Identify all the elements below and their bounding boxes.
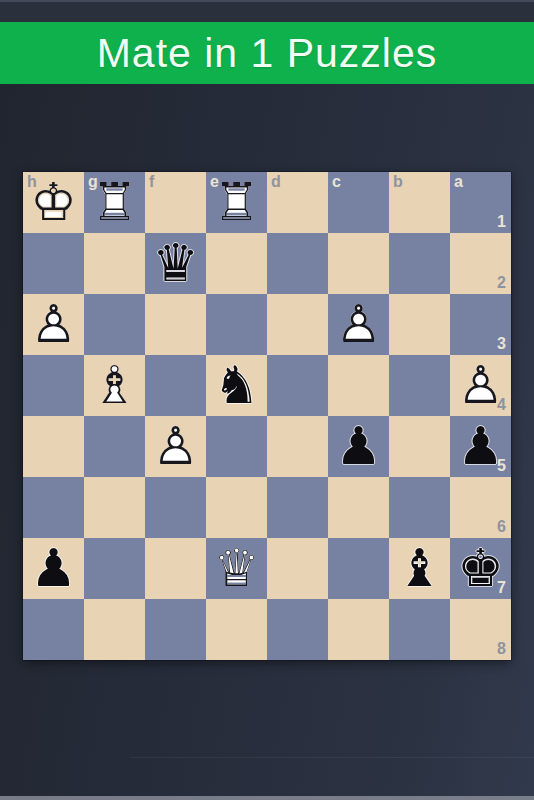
piece-black-pawn[interactable]: ♟: [450, 416, 511, 477]
page-title: Mate in 1 Puzzles: [97, 33, 438, 74]
white-pawn-glyph-outline: ♙: [450, 355, 511, 416]
square-e7[interactable]: ♛♕: [206, 538, 267, 599]
square-f2[interactable]: ♛: [145, 233, 206, 294]
square-c4[interactable]: [328, 355, 389, 416]
square-e2[interactable]: [206, 233, 267, 294]
square-f1[interactable]: f: [145, 172, 206, 233]
piece-white-bishop[interactable]: ♝♗: [84, 355, 145, 416]
piece-black-bishop[interactable]: ♝: [389, 538, 450, 599]
white-rook-glyph-outline: ♖: [84, 172, 145, 233]
piece-black-pawn[interactable]: ♟: [328, 416, 389, 477]
rank-label-1: 1: [497, 214, 506, 230]
file-label-a: a: [454, 174, 463, 190]
square-c7[interactable]: [328, 538, 389, 599]
piece-white-queen[interactable]: ♛♕: [206, 538, 267, 599]
square-a8[interactable]: 8: [450, 599, 511, 660]
square-d2[interactable]: [267, 233, 328, 294]
square-h4[interactable]: [23, 355, 84, 416]
black-bishop-glyph: ♝: [389, 538, 450, 599]
square-c8[interactable]: [328, 599, 389, 660]
square-c3[interactable]: ♟♙: [328, 294, 389, 355]
black-king-glyph: ♚: [450, 538, 511, 599]
square-d5[interactable]: [267, 416, 328, 477]
square-d6[interactable]: [267, 477, 328, 538]
chess-board[interactable]: h♚♔g♜♖fe♜♖dcba1♛2♟♙♟♙3♝♗♞4♟♙♟♙♟5♟6♟♛♕♝7♚…: [23, 172, 511, 660]
piece-white-pawn[interactable]: ♟♙: [23, 294, 84, 355]
square-d4[interactable]: [267, 355, 328, 416]
square-g8[interactable]: [84, 599, 145, 660]
square-g5[interactable]: [84, 416, 145, 477]
square-c2[interactable]: [328, 233, 389, 294]
square-b8[interactable]: [389, 599, 450, 660]
square-f3[interactable]: [145, 294, 206, 355]
square-h5[interactable]: [23, 416, 84, 477]
piece-white-pawn[interactable]: ♟♙: [145, 416, 206, 477]
square-f7[interactable]: [145, 538, 206, 599]
square-d3[interactable]: [267, 294, 328, 355]
file-label-c: c: [332, 174, 341, 190]
rank-label-6: 6: [497, 519, 506, 535]
status-bar: [0, 0, 534, 22]
piece-white-pawn[interactable]: ♟♙: [450, 355, 511, 416]
black-knight-glyph: ♞: [206, 355, 267, 416]
square-d8[interactable]: [267, 599, 328, 660]
white-king-glyph-outline: ♔: [23, 172, 84, 233]
square-c5[interactable]: ♟: [328, 416, 389, 477]
footer-divider: [130, 757, 534, 758]
square-h1[interactable]: h♚♔: [23, 172, 84, 233]
square-b2[interactable]: [389, 233, 450, 294]
square-g1[interactable]: g♜♖: [84, 172, 145, 233]
square-c6[interactable]: [328, 477, 389, 538]
piece-white-king[interactable]: ♚♔: [23, 172, 84, 233]
piece-white-rook[interactable]: ♜♖: [84, 172, 145, 233]
square-e1[interactable]: e♜♖: [206, 172, 267, 233]
square-f4[interactable]: [145, 355, 206, 416]
square-e8[interactable]: [206, 599, 267, 660]
square-h8[interactable]: [23, 599, 84, 660]
title-banner: Mate in 1 Puzzles: [0, 22, 534, 84]
bottom-edge-strip: [0, 796, 534, 800]
square-d7[interactable]: [267, 538, 328, 599]
square-f5[interactable]: ♟♙: [145, 416, 206, 477]
square-a5[interactable]: 5♟: [450, 416, 511, 477]
piece-white-rook[interactable]: ♜♖: [206, 172, 267, 233]
square-f6[interactable]: [145, 477, 206, 538]
square-g2[interactable]: [84, 233, 145, 294]
square-b5[interactable]: [389, 416, 450, 477]
piece-white-pawn[interactable]: ♟♙: [328, 294, 389, 355]
square-g6[interactable]: [84, 477, 145, 538]
square-g3[interactable]: [84, 294, 145, 355]
square-b4[interactable]: [389, 355, 450, 416]
file-label-d: d: [271, 174, 281, 190]
piece-black-knight[interactable]: ♞: [206, 355, 267, 416]
square-h2[interactable]: [23, 233, 84, 294]
square-e4[interactable]: ♞: [206, 355, 267, 416]
square-f8[interactable]: [145, 599, 206, 660]
square-b6[interactable]: [389, 477, 450, 538]
square-e3[interactable]: [206, 294, 267, 355]
piece-black-king[interactable]: ♚: [450, 538, 511, 599]
white-pawn-glyph-outline: ♙: [145, 416, 206, 477]
square-a4[interactable]: 4♟♙: [450, 355, 511, 416]
app-screen: Mate in 1 Puzzles h♚♔g♜♖fe♜♖dcba1♛2♟♙♟♙3…: [0, 0, 534, 800]
square-a2[interactable]: 2: [450, 233, 511, 294]
black-pawn-glyph: ♟: [23, 538, 84, 599]
file-label-b: b: [393, 174, 403, 190]
square-a7[interactable]: 7♚: [450, 538, 511, 599]
black-pawn-glyph: ♟: [328, 416, 389, 477]
black-queen-glyph: ♛: [145, 233, 206, 294]
square-b1[interactable]: b: [389, 172, 450, 233]
square-g7[interactable]: [84, 538, 145, 599]
square-c1[interactable]: c: [328, 172, 389, 233]
square-a6[interactable]: 6: [450, 477, 511, 538]
square-e5[interactable]: [206, 416, 267, 477]
rank-label-3: 3: [497, 336, 506, 352]
square-g4[interactable]: ♝♗: [84, 355, 145, 416]
white-queen-glyph-outline: ♕: [206, 538, 267, 599]
black-pawn-glyph: ♟: [450, 416, 511, 477]
white-pawn-glyph-outline: ♙: [23, 294, 84, 355]
piece-black-queen[interactable]: ♛: [145, 233, 206, 294]
square-h3[interactable]: ♟♙: [23, 294, 84, 355]
square-d1[interactable]: d: [267, 172, 328, 233]
square-e6[interactable]: [206, 477, 267, 538]
square-b7[interactable]: ♝: [389, 538, 450, 599]
square-a1[interactable]: a1: [450, 172, 511, 233]
white-rook-glyph-outline: ♖: [206, 172, 267, 233]
square-h6[interactable]: [23, 477, 84, 538]
piece-black-pawn[interactable]: ♟: [23, 538, 84, 599]
white-pawn-glyph-outline: ♙: [328, 294, 389, 355]
square-b3[interactable]: [389, 294, 450, 355]
rank-label-2: 2: [497, 275, 506, 291]
square-h7[interactable]: ♟: [23, 538, 84, 599]
file-label-f: f: [149, 174, 154, 190]
white-bishop-glyph-outline: ♗: [84, 355, 145, 416]
rank-label-8: 8: [497, 641, 506, 657]
square-a3[interactable]: 3: [450, 294, 511, 355]
